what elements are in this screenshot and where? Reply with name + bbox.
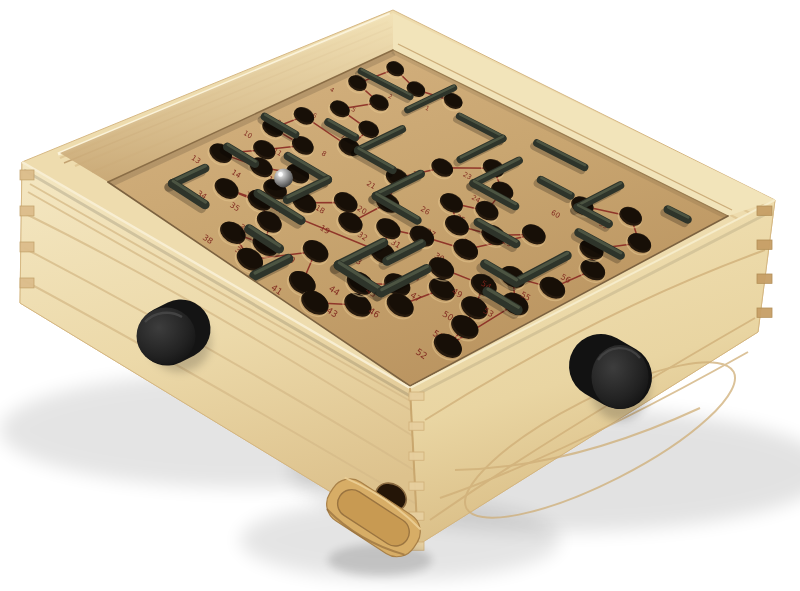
right-tilt-knob[interactable] [590,345,650,421]
labyrinth-product-photo: 1234567891011121314151617181920212223242… [0,0,800,591]
maze-board: 1234567891011121314151617181920212223242… [0,0,800,591]
